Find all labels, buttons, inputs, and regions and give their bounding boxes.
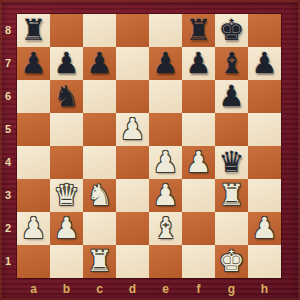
white-bishop-e2[interactable]: ♝ xyxy=(153,212,179,245)
square-e1[interactable] xyxy=(149,245,182,278)
square-e3[interactable]: ♟ xyxy=(149,179,182,212)
black-bishop-g7[interactable]: ♝ xyxy=(219,47,245,80)
file-label-c: c xyxy=(83,280,116,300)
black-queen-g4[interactable]: ♛ xyxy=(219,146,245,179)
square-c2[interactable] xyxy=(83,212,116,245)
square-b3[interactable]: ♛ xyxy=(50,179,83,212)
black-king-g8[interactable]: ♚ xyxy=(219,14,245,47)
square-b1[interactable] xyxy=(50,245,83,278)
square-b6[interactable]: ♞ xyxy=(50,80,83,113)
square-f3[interactable] xyxy=(182,179,215,212)
square-h1[interactable] xyxy=(248,245,281,278)
file-label-e: e xyxy=(149,280,182,300)
white-king-g1[interactable]: ♚ xyxy=(219,245,245,278)
square-b2[interactable]: ♟ xyxy=(50,212,83,245)
file-label-h: h xyxy=(248,280,281,300)
square-f7[interactable]: ♟ xyxy=(182,47,215,80)
white-pawn-f4[interactable]: ♟ xyxy=(186,146,212,179)
rank-label-4: 4 xyxy=(0,146,16,179)
white-pawn-e4[interactable]: ♟ xyxy=(153,146,179,179)
square-f5[interactable] xyxy=(182,113,215,146)
square-h2[interactable]: ♟ xyxy=(248,212,281,245)
black-pawn-g6[interactable]: ♟ xyxy=(219,80,245,113)
black-rook-a8[interactable]: ♜ xyxy=(21,14,47,47)
square-d3[interactable] xyxy=(116,179,149,212)
rank-label-6: 6 xyxy=(0,80,16,113)
black-pawn-h7[interactable]: ♟ xyxy=(252,47,278,80)
square-g5[interactable] xyxy=(215,113,248,146)
square-b8[interactable] xyxy=(50,14,83,47)
square-a7[interactable]: ♟ xyxy=(17,47,50,80)
black-pawn-f7[interactable]: ♟ xyxy=(186,47,212,80)
square-f6[interactable] xyxy=(182,80,215,113)
square-h5[interactable] xyxy=(248,113,281,146)
square-c4[interactable] xyxy=(83,146,116,179)
square-c5[interactable] xyxy=(83,113,116,146)
square-e8[interactable] xyxy=(149,14,182,47)
square-h8[interactable] xyxy=(248,14,281,47)
square-d5[interactable]: ♟ xyxy=(116,113,149,146)
square-g1[interactable]: ♚ xyxy=(215,245,248,278)
square-f8[interactable]: ♜ xyxy=(182,14,215,47)
square-e7[interactable]: ♟ xyxy=(149,47,182,80)
rank-label-8: 8 xyxy=(0,14,16,47)
square-d8[interactable] xyxy=(116,14,149,47)
white-knight-c3[interactable]: ♞ xyxy=(87,179,113,212)
white-rook-c1[interactable]: ♜ xyxy=(87,245,113,278)
square-a8[interactable]: ♜ xyxy=(17,14,50,47)
square-a6[interactable] xyxy=(17,80,50,113)
white-pawn-h2[interactable]: ♟ xyxy=(252,212,278,245)
file-label-g: g xyxy=(215,280,248,300)
chess-board-frame: ♜♜♚♟♟♟♟♟♝♟♞♟♟♟♟♛♛♞♟♜♟♟♝♟♜♚ 87654321 abcd… xyxy=(0,0,300,300)
square-f2[interactable] xyxy=(182,212,215,245)
square-a2[interactable]: ♟ xyxy=(17,212,50,245)
file-label-a: a xyxy=(17,280,50,300)
rank-label-5: 5 xyxy=(0,113,16,146)
black-knight-b6[interactable]: ♞ xyxy=(54,80,80,113)
square-c7[interactable]: ♟ xyxy=(83,47,116,80)
square-g7[interactable]: ♝ xyxy=(215,47,248,80)
black-pawn-c7[interactable]: ♟ xyxy=(87,47,113,80)
rank-label-2: 2 xyxy=(0,212,16,245)
square-d4[interactable] xyxy=(116,146,149,179)
square-d1[interactable] xyxy=(116,245,149,278)
square-g6[interactable]: ♟ xyxy=(215,80,248,113)
square-g2[interactable] xyxy=(215,212,248,245)
square-a4[interactable] xyxy=(17,146,50,179)
square-a3[interactable] xyxy=(17,179,50,212)
square-e2[interactable]: ♝ xyxy=(149,212,182,245)
square-b5[interactable] xyxy=(50,113,83,146)
square-d7[interactable] xyxy=(116,47,149,80)
white-pawn-a2[interactable]: ♟ xyxy=(21,212,47,245)
square-c8[interactable] xyxy=(83,14,116,47)
square-c6[interactable] xyxy=(83,80,116,113)
white-rook-g3[interactable]: ♜ xyxy=(219,179,245,212)
square-h7[interactable]: ♟ xyxy=(248,47,281,80)
white-pawn-b2[interactable]: ♟ xyxy=(54,212,80,245)
square-a5[interactable] xyxy=(17,113,50,146)
square-h6[interactable] xyxy=(248,80,281,113)
square-d6[interactable] xyxy=(116,80,149,113)
square-c1[interactable]: ♜ xyxy=(83,245,116,278)
square-f1[interactable] xyxy=(182,245,215,278)
black-pawn-a7[interactable]: ♟ xyxy=(21,47,47,80)
black-pawn-b7[interactable]: ♟ xyxy=(54,47,80,80)
square-g4[interactable]: ♛ xyxy=(215,146,248,179)
white-pawn-e3[interactable]: ♟ xyxy=(153,179,179,212)
square-b7[interactable]: ♟ xyxy=(50,47,83,80)
file-label-b: b xyxy=(50,280,83,300)
square-d2[interactable] xyxy=(116,212,149,245)
square-g8[interactable]: ♚ xyxy=(215,14,248,47)
white-pawn-d5[interactable]: ♟ xyxy=(120,113,146,146)
file-label-d: d xyxy=(116,280,149,300)
square-h4[interactable] xyxy=(248,146,281,179)
square-e5[interactable] xyxy=(149,113,182,146)
chess-board: ♜♜♚♟♟♟♟♟♝♟♞♟♟♟♟♛♛♞♟♜♟♟♝♟♜♚ xyxy=(17,14,281,278)
black-rook-f8[interactable]: ♜ xyxy=(186,14,212,47)
rank-label-1: 1 xyxy=(0,245,16,278)
square-e6[interactable] xyxy=(149,80,182,113)
black-pawn-e7[interactable]: ♟ xyxy=(153,47,179,80)
rank-label-7: 7 xyxy=(0,47,16,80)
square-c3[interactable]: ♞ xyxy=(83,179,116,212)
square-f4[interactable]: ♟ xyxy=(182,146,215,179)
square-h3[interactable] xyxy=(248,179,281,212)
white-queen-b3[interactable]: ♛ xyxy=(54,179,80,212)
rank-label-3: 3 xyxy=(0,179,16,212)
file-label-f: f xyxy=(182,280,215,300)
square-g3[interactable]: ♜ xyxy=(215,179,248,212)
square-e4[interactable]: ♟ xyxy=(149,146,182,179)
square-a1[interactable] xyxy=(17,245,50,278)
square-b4[interactable] xyxy=(50,146,83,179)
